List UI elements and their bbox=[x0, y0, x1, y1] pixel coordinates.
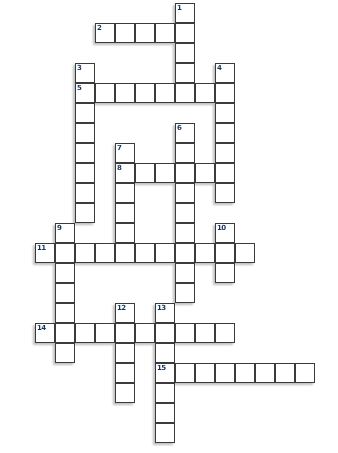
cell-r4c5[interactable] bbox=[135, 83, 155, 103]
cell-r5c2[interactable] bbox=[75, 103, 95, 123]
cell-r7c7[interactable] bbox=[175, 143, 195, 163]
cell-r3c2[interactable]: 3 bbox=[75, 63, 95, 83]
cell-r9c9[interactable] bbox=[215, 183, 235, 203]
cell-r18c11[interactable] bbox=[255, 363, 275, 383]
clue-number-7: 7 bbox=[117, 144, 121, 153]
cell-r16c1[interactable] bbox=[55, 323, 75, 343]
cell-r4c7[interactable] bbox=[175, 83, 195, 103]
cell-r21c6[interactable] bbox=[155, 423, 175, 443]
cell-r16c0[interactable]: 14 bbox=[35, 323, 55, 343]
cell-r7c4[interactable]: 7 bbox=[115, 143, 135, 163]
cell-r3c9[interactable]: 4 bbox=[215, 63, 235, 83]
cell-r15c6[interactable]: 13 bbox=[155, 303, 175, 323]
clue-number-3: 3 bbox=[77, 64, 81, 73]
cell-r15c1[interactable] bbox=[55, 303, 75, 323]
cell-r15c4[interactable]: 12 bbox=[115, 303, 135, 323]
clue-number-1: 1 bbox=[177, 4, 181, 13]
cell-r8c4[interactable]: 8 bbox=[115, 163, 135, 183]
cell-r16c7[interactable] bbox=[175, 323, 195, 343]
cell-r10c4[interactable] bbox=[115, 203, 135, 223]
cell-r16c8[interactable] bbox=[195, 323, 215, 343]
cell-r13c7[interactable] bbox=[175, 263, 195, 283]
clue-number-9: 9 bbox=[57, 224, 61, 233]
cell-r12c9[interactable] bbox=[215, 243, 235, 263]
cell-r12c8[interactable] bbox=[195, 243, 215, 263]
clue-number-13: 13 bbox=[157, 304, 166, 313]
cell-r8c8[interactable] bbox=[195, 163, 215, 183]
cell-r3c7[interactable] bbox=[175, 63, 195, 83]
cell-r13c1[interactable] bbox=[55, 263, 75, 283]
cell-r8c6[interactable] bbox=[155, 163, 175, 183]
cell-r12c6[interactable] bbox=[155, 243, 175, 263]
cell-r11c9[interactable]: 10 bbox=[215, 223, 235, 243]
cell-r18c7[interactable] bbox=[175, 363, 195, 383]
cell-r16c4[interactable] bbox=[115, 323, 135, 343]
cell-r6c2[interactable] bbox=[75, 123, 95, 143]
cell-r1c7[interactable] bbox=[175, 23, 195, 43]
cell-r12c4[interactable] bbox=[115, 243, 135, 263]
cell-r2c7[interactable] bbox=[175, 43, 195, 63]
cell-r18c10[interactable] bbox=[235, 363, 255, 383]
cell-r12c1[interactable] bbox=[55, 243, 75, 263]
cell-r20c6[interactable] bbox=[155, 403, 175, 423]
cell-r17c1[interactable] bbox=[55, 343, 75, 363]
cell-r16c9[interactable] bbox=[215, 323, 235, 343]
cell-r12c3[interactable] bbox=[95, 243, 115, 263]
cell-r14c1[interactable] bbox=[55, 283, 75, 303]
cell-r18c6[interactable]: 15 bbox=[155, 363, 175, 383]
clue-number-10: 10 bbox=[217, 224, 226, 233]
cell-r18c13[interactable] bbox=[295, 363, 315, 383]
cell-r6c7[interactable]: 6 bbox=[175, 123, 195, 143]
cell-r8c9[interactable] bbox=[215, 163, 235, 183]
clue-number-8: 8 bbox=[117, 164, 121, 173]
cell-r1c4[interactable] bbox=[115, 23, 135, 43]
clue-number-12: 12 bbox=[117, 304, 126, 313]
cell-r18c12[interactable] bbox=[275, 363, 295, 383]
cell-r12c7[interactable] bbox=[175, 243, 195, 263]
cell-r9c4[interactable] bbox=[115, 183, 135, 203]
cell-r19c4[interactable] bbox=[115, 383, 135, 403]
cell-r4c9[interactable] bbox=[215, 83, 235, 103]
clue-number-14: 14 bbox=[37, 324, 46, 333]
cell-r19c6[interactable] bbox=[155, 383, 175, 403]
cell-r8c7[interactable] bbox=[175, 163, 195, 183]
cell-r1c5[interactable] bbox=[135, 23, 155, 43]
cell-r16c2[interactable] bbox=[75, 323, 95, 343]
cell-r11c1[interactable]: 9 bbox=[55, 223, 75, 243]
clue-number-2: 2 bbox=[97, 24, 101, 33]
cell-r13c9[interactable] bbox=[215, 263, 235, 283]
clue-number-15: 15 bbox=[157, 364, 166, 373]
page-background: 123456789101112131415 bbox=[0, 0, 338, 453]
cell-r17c4[interactable] bbox=[115, 343, 135, 363]
cell-r7c9[interactable] bbox=[215, 143, 235, 163]
cell-r9c2[interactable] bbox=[75, 183, 95, 203]
cell-r12c10[interactable] bbox=[235, 243, 255, 263]
cell-r11c4[interactable] bbox=[115, 223, 135, 243]
cell-r4c8[interactable] bbox=[195, 83, 215, 103]
cell-r6c9[interactable] bbox=[215, 123, 235, 143]
cell-r12c2[interactable] bbox=[75, 243, 95, 263]
cell-r10c2[interactable] bbox=[75, 203, 95, 223]
cell-r0c7[interactable]: 1 bbox=[175, 3, 195, 23]
cell-r17c6[interactable] bbox=[155, 343, 175, 363]
clue-number-5: 5 bbox=[77, 84, 81, 93]
cell-r1c3[interactable]: 2 bbox=[95, 23, 115, 43]
cell-r18c4[interactable] bbox=[115, 363, 135, 383]
cell-r18c8[interactable] bbox=[195, 363, 215, 383]
cell-r11c7[interactable] bbox=[175, 223, 195, 243]
cell-r16c3[interactable] bbox=[95, 323, 115, 343]
cell-r14c7[interactable] bbox=[175, 283, 195, 303]
crossword-grid: 123456789101112131415 bbox=[35, 3, 315, 443]
crossword-shadow-wrap: 123456789101112131415 bbox=[35, 3, 315, 443]
cell-r1c6[interactable] bbox=[155, 23, 175, 43]
cell-r5c9[interactable] bbox=[215, 103, 235, 123]
cell-r16c6[interactable] bbox=[155, 323, 175, 343]
cell-r4c6[interactable] bbox=[155, 83, 175, 103]
clue-number-4: 4 bbox=[217, 64, 221, 73]
cell-r10c7[interactable] bbox=[175, 203, 195, 223]
cell-r4c3[interactable] bbox=[95, 83, 115, 103]
cell-r8c5[interactable] bbox=[135, 163, 155, 183]
cell-r12c5[interactable] bbox=[135, 243, 155, 263]
clue-number-6: 6 bbox=[177, 124, 181, 133]
cell-r4c4[interactable] bbox=[115, 83, 135, 103]
cell-r7c2[interactable] bbox=[75, 143, 95, 163]
cell-r12c0[interactable]: 11 bbox=[35, 243, 55, 263]
cell-r18c9[interactable] bbox=[215, 363, 235, 383]
cell-r9c7[interactable] bbox=[175, 183, 195, 203]
cell-r16c5[interactable] bbox=[135, 323, 155, 343]
cell-r8c2[interactable] bbox=[75, 163, 95, 183]
cell-r4c2[interactable]: 5 bbox=[75, 83, 95, 103]
clue-number-11: 11 bbox=[37, 244, 46, 253]
